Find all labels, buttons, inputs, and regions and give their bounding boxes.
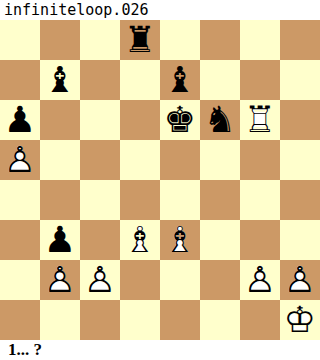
square-g4[interactable] xyxy=(240,180,280,220)
square-b8[interactable] xyxy=(40,20,80,60)
square-d6[interactable] xyxy=(120,100,160,140)
square-f7[interactable] xyxy=(200,60,240,100)
square-e7[interactable]: ♝ xyxy=(160,60,200,100)
white-bishop-piece: ♗ xyxy=(120,220,160,260)
square-c2[interactable]: ♟♙ xyxy=(80,260,120,300)
square-e1[interactable] xyxy=(160,300,200,340)
square-g8[interactable] xyxy=(240,20,280,60)
square-h5[interactable] xyxy=(280,140,320,180)
square-a5[interactable]: ♟♙ xyxy=(0,140,40,180)
square-d7[interactable] xyxy=(120,60,160,100)
black-king-piece: ♚ xyxy=(160,100,200,140)
square-e5[interactable] xyxy=(160,140,200,180)
square-c5[interactable] xyxy=(80,140,120,180)
black-bishop-piece: ♝ xyxy=(40,60,80,100)
square-e6[interactable]: ♚ xyxy=(160,100,200,140)
square-e8[interactable] xyxy=(160,20,200,60)
move-prompt: 1... ? xyxy=(0,340,320,360)
square-f5[interactable] xyxy=(200,140,240,180)
square-d4[interactable] xyxy=(120,180,160,220)
square-h3[interactable] xyxy=(280,220,320,260)
square-e4[interactable] xyxy=(160,180,200,220)
white-pawn-piece: ♙ xyxy=(280,260,320,300)
square-c7[interactable] xyxy=(80,60,120,100)
puzzle-title: infiniteloop.026 xyxy=(0,0,320,20)
white-pawn-piece: ♙ xyxy=(80,260,120,300)
white-king-piece: ♔ xyxy=(280,300,320,340)
square-c3[interactable] xyxy=(80,220,120,260)
white-rook-piece: ♖ xyxy=(240,100,280,140)
square-h4[interactable] xyxy=(280,180,320,220)
square-b3[interactable]: ♟ xyxy=(40,220,80,260)
square-c6[interactable] xyxy=(80,100,120,140)
square-a6[interactable]: ♟ xyxy=(0,100,40,140)
square-f2[interactable] xyxy=(200,260,240,300)
square-d8[interactable]: ♜ xyxy=(120,20,160,60)
square-a3[interactable] xyxy=(0,220,40,260)
square-b5[interactable] xyxy=(40,140,80,180)
black-pawn-piece: ♟ xyxy=(0,100,40,140)
square-f6[interactable]: ♞ xyxy=(200,100,240,140)
square-d2[interactable] xyxy=(120,260,160,300)
square-g2[interactable]: ♟♙ xyxy=(240,260,280,300)
square-b4[interactable] xyxy=(40,180,80,220)
black-rook-piece: ♜ xyxy=(120,20,160,60)
square-b7[interactable]: ♝ xyxy=(40,60,80,100)
square-h7[interactable] xyxy=(280,60,320,100)
square-h2[interactable]: ♟♙ xyxy=(280,260,320,300)
chess-diagram: infiniteloop.026 ♜♝♝♟♚♞♜♖♟♙♟♝♗♝♗♟♙♟♙♟♙♟♙… xyxy=(0,0,320,360)
square-e3[interactable]: ♝♗ xyxy=(160,220,200,260)
black-bishop-piece: ♝ xyxy=(160,60,200,100)
square-f4[interactable] xyxy=(200,180,240,220)
square-c8[interactable] xyxy=(80,20,120,60)
square-f3[interactable] xyxy=(200,220,240,260)
square-d1[interactable] xyxy=(120,300,160,340)
square-g6[interactable]: ♜♖ xyxy=(240,100,280,140)
square-f8[interactable] xyxy=(200,20,240,60)
square-c1[interactable] xyxy=(80,300,120,340)
square-d3[interactable]: ♝♗ xyxy=(120,220,160,260)
square-f1[interactable] xyxy=(200,300,240,340)
square-a2[interactable] xyxy=(0,260,40,300)
square-g1[interactable] xyxy=(240,300,280,340)
white-pawn-piece: ♙ xyxy=(0,140,40,180)
black-pawn-piece: ♟ xyxy=(40,220,80,260)
square-h1[interactable]: ♚♔ xyxy=(280,300,320,340)
square-h8[interactable] xyxy=(280,20,320,60)
black-knight-piece: ♞ xyxy=(200,100,240,140)
square-a1[interactable] xyxy=(0,300,40,340)
square-g7[interactable] xyxy=(240,60,280,100)
square-b6[interactable] xyxy=(40,100,80,140)
square-g5[interactable] xyxy=(240,140,280,180)
square-d5[interactable] xyxy=(120,140,160,180)
square-b1[interactable] xyxy=(40,300,80,340)
square-b2[interactable]: ♟♙ xyxy=(40,260,80,300)
white-pawn-piece: ♙ xyxy=(240,260,280,300)
square-g3[interactable] xyxy=(240,220,280,260)
square-e2[interactable] xyxy=(160,260,200,300)
square-c4[interactable] xyxy=(80,180,120,220)
white-pawn-piece: ♙ xyxy=(40,260,80,300)
chess-board: ♜♝♝♟♚♞♜♖♟♙♟♝♗♝♗♟♙♟♙♟♙♟♙♚♔ xyxy=(0,20,320,340)
square-a8[interactable] xyxy=(0,20,40,60)
square-a4[interactable] xyxy=(0,180,40,220)
square-h6[interactable] xyxy=(280,100,320,140)
white-bishop-piece: ♗ xyxy=(160,220,200,260)
square-a7[interactable] xyxy=(0,60,40,100)
